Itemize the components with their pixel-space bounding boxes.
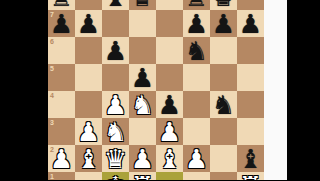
square-d3[interactable] xyxy=(129,118,156,145)
square-b7[interactable]: ♟ xyxy=(75,10,102,37)
square-f2[interactable]: ♟ xyxy=(183,145,210,172)
square-d4[interactable]: ♞ xyxy=(129,91,156,118)
piece-white-bishop-e2[interactable]: ♝ xyxy=(158,146,181,172)
piece-black-knight-f6[interactable]: ♞ xyxy=(185,38,208,64)
piece-white-bishop-b2[interactable]: ♝ xyxy=(77,146,100,172)
piece-black-pawn-d5[interactable]: ♟ xyxy=(131,65,154,91)
square-b4[interactable] xyxy=(75,91,102,118)
square-h7[interactable]: ♟ xyxy=(237,10,264,37)
video-frame: ♜♝♛♜♚7♟♟♟♟♟6♟♞5♟4♟♞♟♞3♟♞♟2♟♝♛♟♝♟♝1♚♜♜ xyxy=(0,0,320,180)
rank-label-3: 3 xyxy=(50,119,54,126)
square-a7[interactable]: 7♟ xyxy=(48,10,75,37)
rank-label-6: 6 xyxy=(50,38,54,45)
piece-white-pawn-f2[interactable]: ♟ xyxy=(185,146,208,172)
piece-black-pawn-c6[interactable]: ♟ xyxy=(104,38,127,64)
square-a3[interactable]: 3 xyxy=(48,118,75,145)
piece-white-pawn-d2[interactable]: ♟ xyxy=(131,146,154,172)
square-c4[interactable]: ♟ xyxy=(102,91,129,118)
square-e7[interactable] xyxy=(156,10,183,37)
piece-white-pawn-c4[interactable]: ♟ xyxy=(104,92,127,118)
piece-white-knight-d4[interactable]: ♞ xyxy=(131,92,154,118)
square-h2[interactable]: ♝ xyxy=(237,145,264,172)
square-b5[interactable] xyxy=(75,64,102,91)
piece-white-queen-c2[interactable]: ♛ xyxy=(104,146,127,172)
square-d8[interactable]: ♛ xyxy=(129,0,156,10)
page-margin-strip xyxy=(264,0,287,180)
piece-white-rook-h1[interactable]: ♜ xyxy=(239,173,262,181)
square-c5[interactable] xyxy=(102,64,129,91)
square-g4[interactable]: ♞ xyxy=(210,91,237,118)
rank-label-2: 2 xyxy=(50,146,54,153)
square-c3[interactable]: ♞ xyxy=(102,118,129,145)
square-g7[interactable]: ♟ xyxy=(210,10,237,37)
piece-black-pawn-h7[interactable]: ♟ xyxy=(239,11,262,37)
piece-black-pawn-g7[interactable]: ♟ xyxy=(212,11,235,37)
square-g1[interactable] xyxy=(210,172,237,180)
square-b3[interactable]: ♟ xyxy=(75,118,102,145)
piece-white-pawn-b3[interactable]: ♟ xyxy=(77,119,100,145)
square-e2[interactable]: ♝ xyxy=(156,145,183,172)
piece-white-knight-c3[interactable]: ♞ xyxy=(104,119,127,145)
square-g3[interactable] xyxy=(210,118,237,145)
square-e5[interactable] xyxy=(156,64,183,91)
square-e3[interactable]: ♟ xyxy=(156,118,183,145)
piece-black-bishop-c8[interactable]: ♝ xyxy=(104,0,127,10)
square-b2[interactable]: ♝ xyxy=(75,145,102,172)
piece-black-pawn-e4[interactable]: ♟ xyxy=(158,92,181,118)
square-f1[interactable] xyxy=(183,172,210,180)
square-f3[interactable] xyxy=(183,118,210,145)
square-a4[interactable]: 4 xyxy=(48,91,75,118)
piece-black-pawn-f7[interactable]: ♟ xyxy=(185,11,208,37)
square-b6[interactable] xyxy=(75,37,102,64)
square-f6[interactable]: ♞ xyxy=(183,37,210,64)
square-g2[interactable] xyxy=(210,145,237,172)
square-a1[interactable]: 1 xyxy=(48,172,75,180)
square-h4[interactable] xyxy=(237,91,264,118)
chess-board: ♜♝♛♜♚7♟♟♟♟♟6♟♞5♟4♟♞♟♞3♟♞♟2♟♝♛♟♝♟♝1♚♜♜ xyxy=(48,0,264,180)
square-h1[interactable]: ♜ xyxy=(237,172,264,180)
square-e6[interactable] xyxy=(156,37,183,64)
square-f5[interactable] xyxy=(183,64,210,91)
piece-black-bishop-h2[interactable]: ♝ xyxy=(239,146,262,172)
rank-label-1: 1 xyxy=(50,173,54,180)
square-c1[interactable]: ♚ xyxy=(102,172,129,180)
square-h6[interactable] xyxy=(237,37,264,64)
square-d7[interactable] xyxy=(129,10,156,37)
square-c8[interactable]: ♝ xyxy=(102,0,129,10)
square-g6[interactable] xyxy=(210,37,237,64)
square-g5[interactable] xyxy=(210,64,237,91)
square-h3[interactable] xyxy=(237,118,264,145)
rank-label-4: 4 xyxy=(50,92,54,99)
rank-label-5: 5 xyxy=(50,65,54,72)
square-b1[interactable] xyxy=(75,172,102,180)
square-a5[interactable]: 5 xyxy=(48,64,75,91)
square-c2[interactable]: ♛ xyxy=(102,145,129,172)
square-d5[interactable]: ♟ xyxy=(129,64,156,91)
piece-black-pawn-b7[interactable]: ♟ xyxy=(77,11,100,37)
square-e1[interactable] xyxy=(156,172,183,180)
piece-white-rook-d1[interactable]: ♜ xyxy=(131,173,154,181)
square-a6[interactable]: 6 xyxy=(48,37,75,64)
square-e4[interactable]: ♟ xyxy=(156,91,183,118)
piece-black-knight-g4[interactable]: ♞ xyxy=(212,92,235,118)
square-c6[interactable]: ♟ xyxy=(102,37,129,64)
piece-white-pawn-e3[interactable]: ♟ xyxy=(158,119,181,145)
rank-label-7: 7 xyxy=(50,11,54,18)
square-f7[interactable]: ♟ xyxy=(183,10,210,37)
square-d6[interactable] xyxy=(129,37,156,64)
square-d2[interactable]: ♟ xyxy=(129,145,156,172)
square-f4[interactable] xyxy=(183,91,210,118)
square-h5[interactable] xyxy=(237,64,264,91)
square-e8[interactable] xyxy=(156,0,183,10)
piece-black-queen-d8[interactable]: ♛ xyxy=(131,0,154,10)
square-c7[interactable] xyxy=(102,10,129,37)
square-a2[interactable]: 2♟ xyxy=(48,145,75,172)
square-d1[interactable]: ♜ xyxy=(129,172,156,180)
piece-white-king-c1[interactable]: ♚ xyxy=(104,173,127,181)
